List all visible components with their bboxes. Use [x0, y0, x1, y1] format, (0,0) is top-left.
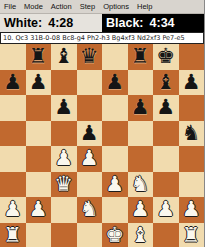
- square-h7[interactable]: ♟: [179, 70, 205, 96]
- menu-help[interactable]: Help: [133, 1, 156, 13]
- winboard-window: File Mode Action Step Options Help White…: [0, 0, 204, 247]
- square-a3[interactable]: [0, 172, 26, 198]
- square-d1[interactable]: [77, 223, 103, 247]
- square-f1[interactable]: ♝: [128, 223, 154, 247]
- menu-options[interactable]: Options: [99, 1, 133, 13]
- square-f6[interactable]: ♟: [128, 95, 154, 121]
- square-f8[interactable]: ♜: [128, 44, 154, 70]
- black-clock-time: 4:34: [150, 14, 175, 32]
- square-h3[interactable]: [179, 172, 205, 198]
- square-e7[interactable]: ♟: [102, 70, 128, 96]
- menu-file[interactable]: File: [0, 1, 20, 13]
- square-b4[interactable]: [26, 146, 52, 172]
- square-d8[interactable]: ♛: [77, 44, 103, 70]
- piece-white-queen[interactable]: ♛: [51, 172, 77, 198]
- piece-black-pawn[interactable]: ♟: [153, 95, 179, 121]
- piece-black-knight[interactable]: ♞: [179, 121, 205, 147]
- square-a2[interactable]: ♟: [0, 197, 26, 223]
- square-d2[interactable]: ♞: [77, 197, 103, 223]
- square-f4[interactable]: [128, 146, 154, 172]
- piece-black-queen[interactable]: ♛: [77, 44, 103, 70]
- square-h8[interactable]: [179, 44, 205, 70]
- black-clock-label: Black:: [106, 14, 144, 32]
- square-d6[interactable]: [77, 95, 103, 121]
- square-e1[interactable]: ♚: [102, 223, 128, 247]
- square-b8[interactable]: ♜: [26, 44, 52, 70]
- square-e2[interactable]: [102, 197, 128, 223]
- menu-step[interactable]: Step: [76, 1, 99, 13]
- piece-black-bishop[interactable]: ♝: [51, 44, 77, 70]
- square-c2[interactable]: [51, 197, 77, 223]
- piece-white-bishop[interactable]: ♝: [128, 223, 154, 247]
- square-a4[interactable]: [0, 146, 26, 172]
- square-b7[interactable]: ♟: [26, 70, 52, 96]
- menu-bar: File Mode Action Step Options Help: [0, 0, 204, 14]
- piece-black-rook[interactable]: ♜: [26, 44, 52, 70]
- square-g4[interactable]: [153, 146, 179, 172]
- square-h1[interactable]: ♜: [179, 223, 205, 247]
- piece-white-pawn[interactable]: ♟: [102, 172, 128, 198]
- piece-black-pawn[interactable]: ♟: [102, 70, 128, 96]
- square-c8[interactable]: ♝: [51, 44, 77, 70]
- square-g5[interactable]: [153, 121, 179, 147]
- square-f7[interactable]: [128, 70, 154, 96]
- square-g8[interactable]: ♚: [153, 44, 179, 70]
- square-b3[interactable]: [26, 172, 52, 198]
- square-e6[interactable]: [102, 95, 128, 121]
- square-a5[interactable]: [0, 121, 26, 147]
- black-clock: Black: 4:34: [102, 14, 204, 32]
- square-a1[interactable]: ♜: [0, 223, 26, 247]
- piece-black-king[interactable]: ♚: [153, 44, 179, 70]
- piece-black-pawn[interactable]: ♟: [128, 95, 154, 121]
- square-f3[interactable]: ♞: [128, 172, 154, 198]
- piece-black-pawn[interactable]: ♟: [77, 121, 103, 147]
- piece-white-knight[interactable]: ♞: [128, 172, 154, 198]
- clock-bar: White: 4:28 Black: 4:34: [0, 14, 204, 32]
- square-c7[interactable]: [51, 70, 77, 96]
- square-b2[interactable]: ♟: [26, 197, 52, 223]
- square-c6[interactable]: ♟: [51, 95, 77, 121]
- square-d7[interactable]: [77, 70, 103, 96]
- square-e4[interactable]: [102, 146, 128, 172]
- square-d4[interactable]: ♟: [77, 146, 103, 172]
- piece-white-pawn[interactable]: ♟: [153, 197, 179, 223]
- piece-white-pawn[interactable]: ♟: [51, 146, 77, 172]
- square-g1[interactable]: [153, 223, 179, 247]
- square-g2[interactable]: ♟: [153, 197, 179, 223]
- square-f2[interactable]: ♟: [128, 197, 154, 223]
- piece-black-rook[interactable]: ♜: [128, 44, 154, 70]
- square-c3[interactable]: ♛: [51, 172, 77, 198]
- piece-white-rook[interactable]: ♜: [0, 223, 26, 247]
- square-e8[interactable]: [102, 44, 128, 70]
- piece-black-pawn[interactable]: ♟: [51, 95, 77, 121]
- piece-white-pawn[interactable]: ♟: [0, 197, 26, 223]
- piece-black-pawn[interactable]: ♟: [179, 70, 205, 96]
- square-g6[interactable]: ♟: [153, 95, 179, 121]
- square-b5[interactable]: [26, 121, 52, 147]
- square-a6[interactable]: [0, 95, 26, 121]
- square-c4[interactable]: ♟: [51, 146, 77, 172]
- square-h6[interactable]: [179, 95, 205, 121]
- piece-white-pawn[interactable]: ♟: [77, 146, 103, 172]
- piece-black-pawn[interactable]: ♟: [0, 70, 26, 96]
- square-h2[interactable]: ♟: [179, 197, 205, 223]
- piece-white-rook[interactable]: ♜: [179, 223, 205, 247]
- square-e3[interactable]: ♟: [102, 172, 128, 198]
- square-a8[interactable]: [0, 44, 26, 70]
- piece-white-pawn[interactable]: ♟: [26, 197, 52, 223]
- piece-white-pawn[interactable]: ♟: [128, 197, 154, 223]
- square-d3[interactable]: [77, 172, 103, 198]
- piece-white-pawn[interactable]: ♟: [179, 197, 205, 223]
- menu-action[interactable]: Action: [47, 1, 76, 13]
- piece-white-knight[interactable]: ♞: [77, 197, 103, 223]
- square-g3[interactable]: [153, 172, 179, 198]
- square-a7[interactable]: ♟: [0, 70, 26, 96]
- chess-board: ♜♝♛♜♚♟♟♟♝♟♟♟♟♟♞♟♟♛♟♞♟♟♞♟♟♟♜♚♝♜: [0, 44, 204, 247]
- square-b6[interactable]: [26, 95, 52, 121]
- square-c1[interactable]: [51, 223, 77, 247]
- square-h4[interactable]: [179, 146, 205, 172]
- white-clock: White: 4:28: [0, 14, 102, 32]
- piece-black-bishop[interactable]: ♝: [153, 70, 179, 96]
- white-clock-time: 4:28: [48, 14, 73, 32]
- piece-black-pawn[interactable]: ♟: [26, 70, 52, 96]
- square-c5[interactable]: [51, 121, 77, 147]
- square-e5[interactable]: [102, 121, 128, 147]
- engine-output-line: 10. Qc3 31B-0-08 Bc8-g4 Ph2-h3 Bg4xf3 Nd…: [0, 32, 204, 44]
- piece-white-king[interactable]: ♚: [102, 223, 128, 247]
- square-b1[interactable]: [26, 223, 52, 247]
- menu-mode[interactable]: Mode: [20, 1, 47, 13]
- white-clock-label: White:: [4, 14, 42, 32]
- square-d5[interactable]: ♟: [77, 121, 103, 147]
- square-h5[interactable]: ♞: [179, 121, 205, 147]
- square-f5[interactable]: [128, 121, 154, 147]
- square-g7[interactable]: ♝: [153, 70, 179, 96]
